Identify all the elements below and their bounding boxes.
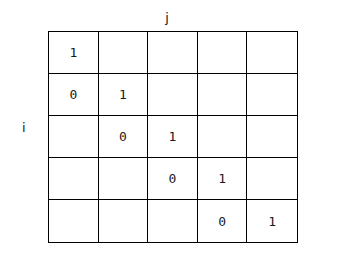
cell-r1-c1: 1 [99,74,149,116]
cell-r0-c4 [247,32,297,74]
cell-r4-c3: 0 [198,200,248,242]
row-axis-label: i [22,121,26,134]
col-axis-label: j [48,11,286,24]
cell-r2-c4 [247,116,297,158]
cell-r4-c2 [148,200,198,242]
cell-r4-c1 [99,200,149,242]
cell-r0-c2 [148,32,198,74]
cell-r3-c4 [247,158,297,200]
cell-r0-c1 [99,32,149,74]
cell-r1-c3 [198,74,248,116]
cell-r4-c4: 1 [247,200,297,242]
cell-r2-c1: 0 [99,116,149,158]
cell-r3-c2: 0 [148,158,198,200]
matrix-diagram: j i 1 0 1 0 1 0 1 0 1 [0,0,348,265]
cell-r1-c2 [148,74,198,116]
cell-r0-c3 [198,32,248,74]
cell-r2-c3 [198,116,248,158]
matrix-grid: 1 0 1 0 1 0 1 0 1 [48,31,298,243]
cell-r3-c3: 1 [198,158,248,200]
cell-r2-c0 [49,116,99,158]
cell-r0-c0: 1 [49,32,99,74]
cell-r3-c0 [49,158,99,200]
cell-r4-c0 [49,200,99,242]
cell-r1-c4 [247,74,297,116]
cell-r2-c2: 1 [148,116,198,158]
cell-r1-c0: 0 [49,74,99,116]
cell-r3-c1 [99,158,149,200]
